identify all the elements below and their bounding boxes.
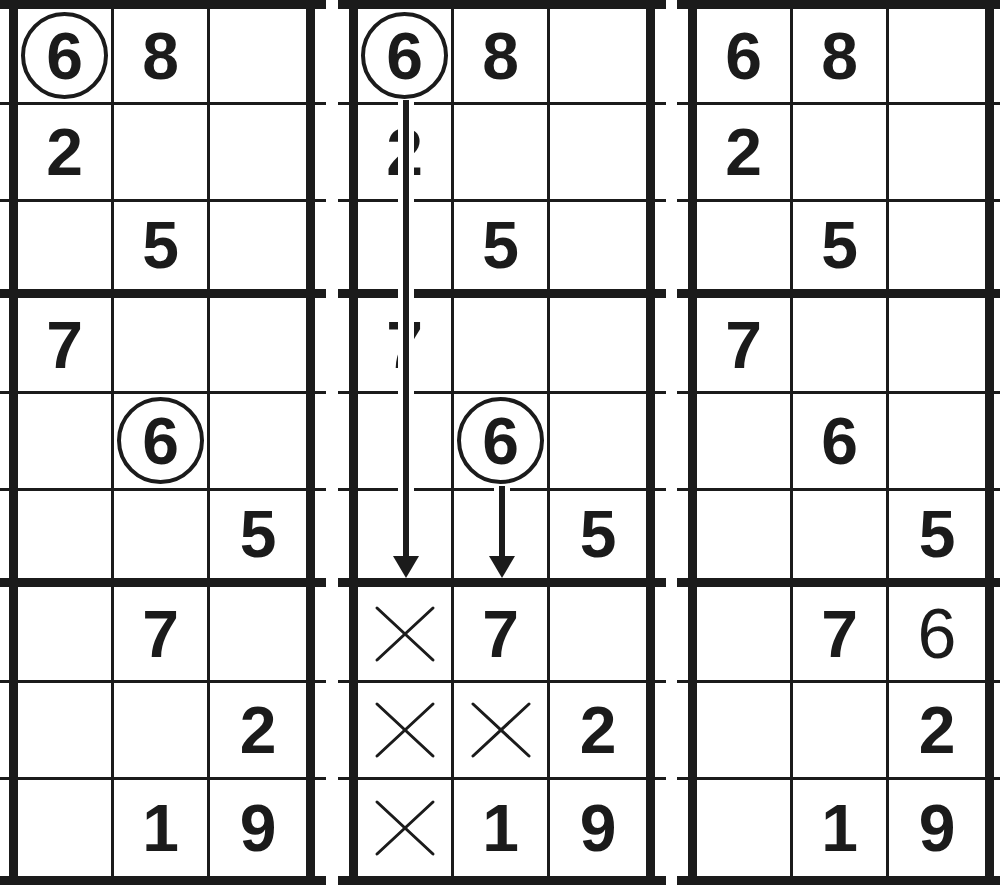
cell-r9c1 xyxy=(18,780,114,876)
cell-r8c2 xyxy=(114,683,210,779)
cell-r7c1 xyxy=(358,587,454,683)
grid-line-stub xyxy=(315,289,326,298)
grid-line-stub xyxy=(655,289,666,298)
given-digit: 2 xyxy=(240,697,277,763)
grid-line-stub xyxy=(0,680,9,683)
cell-r1c3 xyxy=(550,9,646,105)
cell-r9c2: 1 xyxy=(114,780,210,876)
grid-line-stub xyxy=(677,391,688,394)
grid-line-stub xyxy=(677,680,688,683)
solved-digit: 6 xyxy=(918,599,957,669)
x-mark-icon xyxy=(374,799,436,857)
grid-line-stub xyxy=(315,777,326,780)
cell-r9c1 xyxy=(697,780,793,876)
grid-line-stub xyxy=(994,102,1000,105)
grid-line-stub xyxy=(994,876,1000,885)
cell-r2c3 xyxy=(210,105,306,201)
cell-r1c1: 6 xyxy=(18,9,114,105)
panel-initial: 68257657219 xyxy=(9,0,315,885)
grid-line-stub xyxy=(338,102,349,105)
grid-line-stub xyxy=(0,289,9,298)
cell-r1c1: 6 xyxy=(358,9,454,105)
cell-r3c1 xyxy=(18,202,114,298)
cell-r5c2: 6 xyxy=(793,394,889,490)
cell-r5c1 xyxy=(697,394,793,490)
grid-line-stub xyxy=(338,777,349,780)
cell-r3c1 xyxy=(697,202,793,298)
arrow-down-icon xyxy=(393,556,419,578)
given-digit: 5 xyxy=(821,212,858,278)
cell-r7c2: 7 xyxy=(114,587,210,683)
grid-line-stub xyxy=(677,199,688,202)
x-mark-icon xyxy=(374,605,436,663)
cell-r3c3 xyxy=(210,202,306,298)
sudoku-diagram: 6825765721968257657219682576576219 xyxy=(0,0,1000,885)
cell-r7c1 xyxy=(697,587,793,683)
grid-line-stub xyxy=(677,777,688,780)
grid-line-stub xyxy=(338,391,349,394)
cell-r8c1 xyxy=(358,683,454,779)
cell-r8c2 xyxy=(454,683,550,779)
grid-line-stub xyxy=(994,391,1000,394)
grid-line-stub xyxy=(994,199,1000,202)
x-mark-icon xyxy=(470,701,532,759)
cell-r2c2 xyxy=(454,105,550,201)
grid-line-stub xyxy=(0,199,9,202)
cell-r4c2 xyxy=(793,298,889,394)
x-mark-icon xyxy=(374,701,436,759)
cell-r9c1 xyxy=(358,780,454,876)
cell-r5c3 xyxy=(889,394,985,490)
cell-r5c1 xyxy=(18,394,114,490)
cell-r9c2: 1 xyxy=(454,780,550,876)
cell-r2c2 xyxy=(114,105,210,201)
grid-line-stub xyxy=(0,876,9,885)
grid-line-stub xyxy=(315,488,326,491)
given-digit: 6 xyxy=(482,408,519,474)
given-digit: 2 xyxy=(725,119,762,185)
cell-r9c3: 9 xyxy=(889,780,985,876)
grid-line-stub xyxy=(677,289,688,298)
grid-line-stub xyxy=(677,488,688,491)
grid-line-stub xyxy=(315,876,326,885)
grid-line-stub xyxy=(0,391,9,394)
cell-r7c3 xyxy=(550,587,646,683)
cell-r1c3 xyxy=(889,9,985,105)
grid-line-stub xyxy=(677,876,688,885)
grid-line-stub xyxy=(994,0,1000,9)
given-digit: 9 xyxy=(240,795,277,861)
given-digit: 6 xyxy=(821,408,858,474)
cell-r4c1: 7 xyxy=(697,298,793,394)
cell-r2c1: 2 xyxy=(697,105,793,201)
grid-line-stub xyxy=(655,777,666,780)
grid-line-stub xyxy=(994,777,1000,780)
cell-r3c3 xyxy=(550,202,646,298)
given-digit: 7 xyxy=(821,601,858,667)
cell-r8c3: 2 xyxy=(550,683,646,779)
cell-r9c3: 9 xyxy=(210,780,306,876)
cell-r3c2: 5 xyxy=(793,202,889,298)
grid-line-stub xyxy=(338,0,349,9)
cell-r7c2: 7 xyxy=(454,587,550,683)
cell-r5c3 xyxy=(210,394,306,490)
given-digit: 6 xyxy=(386,23,423,89)
cell-r6c3: 5 xyxy=(210,491,306,587)
cell-r6c3: 5 xyxy=(889,491,985,587)
given-digit: 5 xyxy=(240,501,277,567)
grid-line-stub xyxy=(338,199,349,202)
grid-line-stub xyxy=(994,680,1000,683)
grid-line-stub xyxy=(994,578,1000,587)
given-digit: 1 xyxy=(142,795,179,861)
highlight-circle-icon: 6 xyxy=(457,397,544,484)
cell-r5c2: 6 xyxy=(454,394,550,490)
highlight-circle-icon: 6 xyxy=(117,397,204,484)
cell-r1c3 xyxy=(210,9,306,105)
grid-line-stub xyxy=(338,488,349,491)
cell-r7c1 xyxy=(18,587,114,683)
cell-r3c3 xyxy=(889,202,985,298)
cell-r4c2 xyxy=(454,298,550,394)
grid-line-stub xyxy=(994,289,1000,298)
given-digit: 8 xyxy=(482,23,519,89)
cell-r4c2 xyxy=(114,298,210,394)
given-digit: 7 xyxy=(142,601,179,667)
cell-r4c3 xyxy=(210,298,306,394)
grid-line-stub xyxy=(655,876,666,885)
given-digit: 6 xyxy=(142,408,179,474)
cell-r4c3 xyxy=(889,298,985,394)
grid-line-stub xyxy=(655,488,666,491)
cell-r1c2: 8 xyxy=(793,9,889,105)
given-digit: 5 xyxy=(482,212,519,278)
grid-line-stub xyxy=(315,102,326,105)
grid-line-stub xyxy=(0,777,9,780)
arrow-down-icon xyxy=(489,556,515,578)
given-digit: 7 xyxy=(46,312,83,378)
grid-line-stub xyxy=(655,102,666,105)
grid-line-stub xyxy=(677,578,688,587)
cell-r9c3: 9 xyxy=(550,780,646,876)
grid-line-stub xyxy=(655,391,666,394)
given-digit: 6 xyxy=(725,23,762,89)
grid-line-stub xyxy=(0,488,9,491)
grid-line-stub xyxy=(655,0,666,9)
cell-r8c2 xyxy=(793,683,889,779)
grid-line-stub xyxy=(677,102,688,105)
grid-line-stub xyxy=(655,680,666,683)
given-digit: 8 xyxy=(821,23,858,89)
cell-r6c1 xyxy=(697,491,793,587)
cell-r3c2: 5 xyxy=(114,202,210,298)
given-digit: 2 xyxy=(580,697,617,763)
grid-line-stub xyxy=(315,578,326,587)
given-digit: 8 xyxy=(142,23,179,89)
grid-line-stub xyxy=(0,578,9,587)
arrow-shaft xyxy=(494,486,510,559)
cell-r2c1: 2 xyxy=(18,105,114,201)
cell-r6c1 xyxy=(18,491,114,587)
grid-line-stub xyxy=(655,199,666,202)
arrow-shaft xyxy=(398,100,414,558)
cell-r9c2: 1 xyxy=(793,780,889,876)
cell-r8c3: 2 xyxy=(889,683,985,779)
grid-line-stub xyxy=(677,0,688,9)
cell-r6c3: 5 xyxy=(550,491,646,587)
given-digit: 1 xyxy=(821,795,858,861)
cell-r7c3: 6 xyxy=(889,587,985,683)
given-digit: 7 xyxy=(725,312,762,378)
grid-line-stub xyxy=(315,391,326,394)
cell-r4c3 xyxy=(550,298,646,394)
grid-line-stub xyxy=(315,199,326,202)
given-digit: 7 xyxy=(482,601,519,667)
grid-line-stub xyxy=(338,680,349,683)
panel-solution: 682576576219 xyxy=(688,0,994,885)
grid-line-stub xyxy=(338,876,349,885)
cell-r2c2 xyxy=(793,105,889,201)
cell-r2c3 xyxy=(889,105,985,201)
cell-r7c2: 7 xyxy=(793,587,889,683)
grid-line-stub xyxy=(0,0,9,9)
given-digit: 1 xyxy=(482,795,519,861)
grid-line-stub xyxy=(0,102,9,105)
given-digit: 9 xyxy=(580,795,617,861)
cell-r7c3 xyxy=(210,587,306,683)
cell-r8c3: 2 xyxy=(210,683,306,779)
cell-r2c3 xyxy=(550,105,646,201)
highlight-circle-icon: 6 xyxy=(21,12,108,99)
given-digit: 2 xyxy=(46,119,83,185)
grid-line-stub xyxy=(655,578,666,587)
panel-eliminations: 68257657219 xyxy=(349,0,655,885)
given-digit: 6 xyxy=(46,23,83,89)
grid-line-stub xyxy=(338,578,349,587)
given-digit: 2 xyxy=(919,697,956,763)
given-digit: 9 xyxy=(919,795,956,861)
cell-r3c2: 5 xyxy=(454,202,550,298)
given-digit: 5 xyxy=(919,501,956,567)
given-digit: 5 xyxy=(580,501,617,567)
grid-line-stub xyxy=(315,0,326,9)
cell-r1c1: 6 xyxy=(697,9,793,105)
cell-r5c3 xyxy=(550,394,646,490)
cell-r1c2: 8 xyxy=(114,9,210,105)
cell-r6c2 xyxy=(114,491,210,587)
cell-r5c2: 6 xyxy=(114,394,210,490)
grid-line-stub xyxy=(994,488,1000,491)
given-digit: 5 xyxy=(142,212,179,278)
cell-r1c2: 8 xyxy=(454,9,550,105)
cell-r6c2 xyxy=(793,491,889,587)
cell-r8c1 xyxy=(697,683,793,779)
highlight-circle-icon: 6 xyxy=(361,12,448,99)
cell-r8c1 xyxy=(18,683,114,779)
cell-r4c1: 7 xyxy=(18,298,114,394)
grid-line-stub xyxy=(338,289,349,298)
grid-line-stub xyxy=(315,680,326,683)
